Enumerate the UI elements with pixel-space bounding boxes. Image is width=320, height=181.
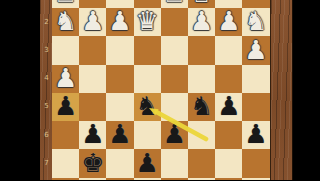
black-pawn-b5[interactable]: ♟ bbox=[215, 93, 242, 121]
square-a4[interactable] bbox=[242, 65, 269, 93]
black-queen-c8[interactable]: ♛ bbox=[188, 178, 215, 181]
square-b4[interactable] bbox=[215, 65, 242, 93]
square-h7[interactable] bbox=[52, 149, 79, 177]
square-c5[interactable]: ♞ bbox=[188, 93, 215, 121]
square-e5[interactable]: ♞ bbox=[134, 93, 161, 121]
white-pawn-c2[interactable]: ♟ bbox=[188, 8, 215, 36]
black-pawn-d6[interactable]: ♟ bbox=[161, 121, 188, 149]
black-rook-b8[interactable]: ♜ bbox=[215, 178, 242, 181]
square-a2[interactable]: ♞ bbox=[242, 8, 269, 36]
square-g7[interactable]: ♚ bbox=[79, 149, 106, 177]
square-d2[interactable] bbox=[161, 8, 188, 36]
square-a3[interactable]: ♟ bbox=[242, 36, 269, 64]
square-g3[interactable] bbox=[79, 36, 106, 64]
square-e7[interactable]: ♟ bbox=[134, 149, 161, 177]
black-knight-c5[interactable]: ♞ bbox=[188, 93, 215, 121]
square-h3[interactable] bbox=[52, 36, 79, 64]
chess-board[interactable]: ♜♜♚♞♟♟♛♟♟♞♟♟♟♞♞♟♟♟♟♟♚♟♜♛♜ bbox=[52, 0, 270, 180]
black-pawn-g6[interactable]: ♟ bbox=[79, 121, 106, 149]
square-c3[interactable] bbox=[188, 36, 215, 64]
square-a6[interactable]: ♟ bbox=[242, 121, 269, 149]
white-rook-d1[interactable]: ♜ bbox=[161, 0, 188, 8]
square-f4[interactable] bbox=[106, 65, 133, 93]
black-pawn-e7[interactable]: ♟ bbox=[134, 149, 161, 177]
square-h4[interactable]: ♟ bbox=[52, 65, 79, 93]
black-rook-f8[interactable]: ♜ bbox=[106, 178, 133, 181]
square-g2[interactable]: ♟ bbox=[79, 8, 106, 36]
white-pawn-a3[interactable]: ♟ bbox=[242, 36, 269, 64]
square-b7[interactable] bbox=[215, 149, 242, 177]
square-e4[interactable] bbox=[134, 65, 161, 93]
rank-label-6: 6 bbox=[40, 132, 53, 139]
black-pawn-h5[interactable]: ♟ bbox=[52, 93, 79, 121]
square-f8[interactable]: ♜ bbox=[106, 178, 133, 181]
square-g4[interactable] bbox=[79, 65, 106, 93]
square-g5[interactable] bbox=[79, 93, 106, 121]
square-e8[interactable] bbox=[134, 178, 161, 181]
square-f6[interactable]: ♟ bbox=[106, 121, 133, 149]
square-d5[interactable] bbox=[161, 93, 188, 121]
square-a8[interactable] bbox=[242, 178, 269, 181]
square-c4[interactable] bbox=[188, 65, 215, 93]
black-king-g7[interactable]: ♚ bbox=[79, 149, 106, 177]
square-h8[interactable] bbox=[52, 178, 79, 181]
black-pawn-a6[interactable]: ♟ bbox=[242, 121, 269, 149]
white-pawn-f2[interactable]: ♟ bbox=[106, 8, 133, 36]
rank-label-7: 7 bbox=[40, 160, 53, 167]
square-a5[interactable] bbox=[242, 93, 269, 121]
square-e6[interactable] bbox=[134, 121, 161, 149]
square-b8[interactable]: ♜ bbox=[215, 178, 242, 181]
square-d4[interactable] bbox=[161, 65, 188, 93]
square-a7[interactable] bbox=[242, 149, 269, 177]
square-b2[interactable]: ♟ bbox=[215, 8, 242, 36]
board-frame-right bbox=[270, 0, 293, 180]
square-d1[interactable]: ♜ bbox=[161, 0, 188, 8]
square-f7[interactable] bbox=[106, 149, 133, 177]
white-knight-a2[interactable]: ♞ bbox=[242, 8, 269, 36]
square-d6[interactable]: ♟ bbox=[161, 121, 188, 149]
square-g8[interactable] bbox=[79, 178, 106, 181]
square-f3[interactable] bbox=[106, 36, 133, 64]
square-d7[interactable] bbox=[161, 149, 188, 177]
rank-label-4: 4 bbox=[40, 75, 53, 82]
white-pawn-b2[interactable]: ♟ bbox=[215, 8, 242, 36]
square-f5[interactable] bbox=[106, 93, 133, 121]
square-h2[interactable]: ♞ bbox=[52, 8, 79, 36]
white-knight-h2[interactable]: ♞ bbox=[52, 8, 79, 36]
square-f2[interactable]: ♟ bbox=[106, 8, 133, 36]
square-c7[interactable] bbox=[188, 149, 215, 177]
rank-label-3: 3 bbox=[40, 47, 53, 54]
square-c2[interactable]: ♟ bbox=[188, 8, 215, 36]
white-queen-e2[interactable]: ♛ bbox=[134, 8, 161, 36]
white-pawn-h4[interactable]: ♟ bbox=[52, 65, 79, 93]
square-b6[interactable] bbox=[215, 121, 242, 149]
square-c8[interactable]: ♛ bbox=[188, 178, 215, 181]
square-e3[interactable] bbox=[134, 36, 161, 64]
rank-label-2: 2 bbox=[40, 19, 53, 26]
square-e2[interactable]: ♛ bbox=[134, 8, 161, 36]
square-h5[interactable]: ♟ bbox=[52, 93, 79, 121]
square-b3[interactable] bbox=[215, 36, 242, 64]
square-h6[interactable] bbox=[52, 121, 79, 149]
video-frame: ♜♜♚♞♟♟♛♟♟♞♟♟♟♞♞♟♟♟♟♟♚♟♜♛♜ 234567 bbox=[0, 0, 320, 180]
square-c6[interactable] bbox=[188, 121, 215, 149]
square-d8[interactable] bbox=[161, 178, 188, 181]
black-pawn-f6[interactable]: ♟ bbox=[106, 121, 133, 149]
white-pawn-g2[interactable]: ♟ bbox=[79, 8, 106, 36]
black-knight-e5[interactable]: ♞ bbox=[134, 93, 161, 121]
square-g6[interactable]: ♟ bbox=[79, 121, 106, 149]
square-d3[interactable] bbox=[161, 36, 188, 64]
square-b5[interactable]: ♟ bbox=[215, 93, 242, 121]
rank-label-5: 5 bbox=[40, 103, 53, 110]
